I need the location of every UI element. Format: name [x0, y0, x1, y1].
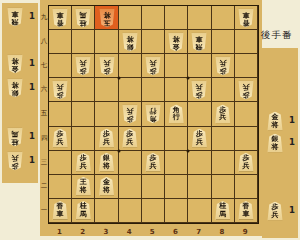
piece-kanji: 車 [196, 34, 203, 42]
piece-kanji: 香 [242, 18, 249, 26]
shogi-piece-歩兵-gote[interactable]: 歩兵 [238, 153, 254, 172]
board-square-2七[interactable]: 歩兵 [72, 54, 95, 78]
board-square-6七[interactable] [165, 54, 188, 78]
shogi-piece-銀将-gote[interactable]: 銀将 [99, 153, 115, 172]
rank-label-七: 七 [40, 61, 48, 70]
shogi-piece-歩兵-gote[interactable]: 歩兵 [191, 129, 207, 148]
hand-piece-count: 1 [289, 205, 295, 215]
hand-piece-count: 1 [29, 82, 35, 92]
piece-kanji: 金 [173, 42, 180, 50]
piece-kanji: 兵 [57, 138, 64, 146]
shogi-piece-金将-gote[interactable]: 金将 [267, 112, 283, 131]
piece-kanji: 飛 [196, 42, 203, 50]
board-square-9二[interactable] [235, 175, 258, 199]
board-square-5二[interactable] [142, 175, 165, 199]
hand-piece-飛車-sente[interactable]: 飛車1 [2, 6, 38, 28]
board-square-9八[interactable] [235, 30, 258, 54]
file-label-9: 9 [234, 228, 257, 236]
piece-kanji: 将 [126, 34, 133, 42]
board-square-1六[interactable]: 歩兵 [49, 78, 72, 102]
board-square-1四[interactable]: 歩兵 [49, 127, 72, 151]
hand-piece-金将-sente[interactable]: 金将1 [2, 53, 38, 75]
board-square-4三[interactable] [119, 151, 142, 175]
piece-kanji: 歩 [242, 90, 249, 98]
piece-kanji: 行 [149, 106, 156, 114]
board-square-9七[interactable] [235, 54, 258, 78]
shogi-piece-歩兵-sente[interactable]: 歩兵 [7, 152, 23, 171]
shogi-piece-桂馬-gote[interactable]: 桂馬 [75, 201, 91, 220]
board-square-3二[interactable]: 金将 [95, 175, 118, 199]
piece-kanji: 兵 [242, 82, 249, 90]
board-square-3六[interactable] [95, 78, 118, 102]
rank-label-八: 八 [40, 37, 48, 46]
hand-piece-count: 1 [29, 58, 35, 68]
gote-hand-tray: 金将1銀将1歩兵1 [262, 48, 298, 238]
board-square-1三[interactable] [49, 151, 72, 175]
board-square-6八[interactable]: 金将 [165, 30, 188, 54]
shogi-piece-歩兵-gote[interactable]: 歩兵 [145, 153, 161, 172]
board-square-7四[interactable]: 歩兵 [188, 127, 211, 151]
board-square-1二[interactable] [49, 175, 72, 199]
sente-hand-tray: 飛車1金将1銀将1桂馬1歩兵1 [2, 3, 38, 183]
piece-kanji: 将 [173, 34, 180, 42]
piece-kanji: 将 [272, 143, 279, 151]
board-square-1七[interactable] [49, 54, 72, 78]
board-square-6六[interactable] [165, 78, 188, 102]
piece-kanji: 馬 [12, 130, 19, 138]
board-square-9五[interactable] [235, 102, 258, 126]
board-square-9一[interactable]: 香車 [235, 199, 258, 223]
piece-kanji: 銀 [12, 88, 19, 96]
board-square-2一[interactable]: 桂馬 [72, 199, 95, 223]
piece-kanji: 兵 [103, 138, 110, 146]
piece-kanji: 将 [103, 186, 110, 194]
piece-kanji: 馬 [80, 10, 87, 18]
board-square-5六[interactable] [142, 78, 165, 102]
board-square-3五[interactable] [95, 102, 118, 126]
piece-kanji: 将 [80, 186, 87, 194]
board-square-7二[interactable] [188, 175, 211, 199]
piece-kanji: 歩 [126, 114, 133, 122]
file-label-1: 1 [48, 228, 71, 236]
hand-piece-count: 1 [29, 155, 35, 165]
shogi-piece-桂馬-sente[interactable]: 桂馬 [75, 8, 91, 27]
hand-piece-銀将-gote[interactable]: 銀将1 [262, 132, 298, 154]
board-square-2九[interactable]: 桂馬 [72, 6, 95, 30]
hand-piece-count: 1 [29, 11, 35, 21]
shogi-piece-歩兵-sente[interactable]: 歩兵 [215, 56, 231, 75]
piece-kanji: 兵 [103, 58, 110, 66]
piece-kanji: 将 [103, 10, 110, 18]
board-square-4五[interactable]: 歩兵 [119, 102, 142, 126]
piece-kanji: 車 [12, 10, 19, 18]
board-square-4二[interactable] [119, 175, 142, 199]
board-square-2五[interactable] [72, 102, 95, 126]
board-square-4七[interactable] [119, 54, 142, 78]
board-square-4四[interactable]: 歩兵 [119, 127, 142, 151]
piece-kanji: 兵 [219, 58, 226, 66]
shogi-piece-歩兵-sente[interactable]: 歩兵 [145, 56, 161, 75]
piece-kanji: 車 [57, 210, 64, 218]
shogi-piece-金将-sente[interactable]: 金将 [168, 32, 184, 51]
board-square-9四[interactable] [235, 127, 258, 151]
piece-kanji: 角 [149, 114, 156, 122]
file-label-6: 6 [164, 228, 187, 236]
piece-kanji: 馬 [80, 210, 87, 218]
board-square-5八[interactable] [142, 30, 165, 54]
board-square-7三[interactable] [188, 151, 211, 175]
shogi-piece-歩兵-sente[interactable]: 歩兵 [75, 56, 91, 75]
rank-label-三: 三 [40, 158, 48, 167]
shogi-piece-銀将-gote[interactable]: 銀将 [267, 134, 283, 153]
shogi-piece-歩兵-gote[interactable]: 歩兵 [75, 153, 91, 172]
rank-label-四: 四 [40, 134, 48, 143]
piece-kanji: 兵 [126, 106, 133, 114]
shogi-piece-銀将-sente[interactable]: 銀将 [7, 79, 23, 98]
hand-piece-桂馬-sente[interactable]: 桂馬1 [2, 126, 38, 148]
board-square-2四[interactable] [72, 127, 95, 151]
piece-kanji: 兵 [57, 82, 64, 90]
shogi-piece-香車-sente[interactable]: 香車 [238, 8, 254, 27]
piece-kanji: 兵 [196, 138, 203, 146]
rank-label-二: 二 [40, 182, 48, 191]
board-square-7一[interactable] [188, 199, 211, 223]
shogi-piece-飛車-sente[interactable]: 飛車 [7, 8, 23, 27]
piece-kanji: 兵 [242, 162, 249, 170]
piece-kanji: 桂 [80, 18, 87, 26]
board-square-5三[interactable]: 歩兵 [142, 151, 165, 175]
board-square-5四[interactable] [142, 127, 165, 151]
board-square-2八[interactable] [72, 30, 95, 54]
shogi-piece-香車-gote[interactable]: 香車 [52, 201, 68, 220]
piece-kanji: 車 [242, 210, 249, 218]
board-square-4一[interactable] [119, 199, 142, 223]
shogi-piece-歩兵-sente[interactable]: 歩兵 [52, 80, 68, 99]
hand-piece-歩兵-sente[interactable]: 歩兵1 [2, 150, 38, 172]
shogi-piece-歩兵-sente[interactable]: 歩兵 [191, 80, 207, 99]
piece-kanji: 兵 [149, 162, 156, 170]
rank-label-六: 六 [40, 85, 48, 94]
board-square-3四[interactable]: 歩兵 [95, 127, 118, 151]
shogi-board: 香車桂馬玉将香車銀将金将飛車歩兵歩兵歩兵歩兵歩兵歩兵歩兵歩兵角行角行歩兵歩兵歩兵… [48, 5, 259, 224]
board-square-9三[interactable]: 歩兵 [235, 151, 258, 175]
hand-piece-金将-gote[interactable]: 金将1 [262, 110, 298, 132]
hand-piece-count: 1 [289, 115, 295, 125]
piece-kanji: 兵 [196, 82, 203, 90]
file-label-4: 4 [118, 228, 141, 236]
board-square-5五[interactable]: 角行 [142, 102, 165, 126]
piece-kanji: 歩 [219, 66, 226, 74]
board-square-8三[interactable] [212, 151, 235, 175]
board-square-3三[interactable]: 銀将 [95, 151, 118, 175]
hand-piece-count: 1 [29, 131, 35, 141]
shogi-piece-桂馬-gote[interactable]: 桂馬 [215, 201, 231, 220]
shogi-piece-歩兵-gote[interactable]: 歩兵 [267, 202, 283, 221]
piece-kanji: 兵 [12, 154, 19, 162]
board-square-6九[interactable] [165, 6, 188, 30]
file-label-3: 3 [94, 228, 117, 236]
board-square-8七[interactable]: 歩兵 [212, 54, 235, 78]
board-square-4九[interactable] [119, 6, 142, 30]
board-square-3七[interactable]: 歩兵 [95, 54, 118, 78]
hand-piece-count: 1 [289, 137, 295, 147]
file-label-7: 7 [187, 228, 210, 236]
piece-kanji: 玉 [103, 18, 110, 26]
shogi-piece-金将-sente[interactable]: 金将 [7, 55, 23, 74]
piece-kanji: 将 [103, 162, 110, 170]
board-square-4六[interactable] [119, 78, 142, 102]
piece-kanji: 歩 [149, 66, 156, 74]
shogi-piece-香車-sente[interactable]: 香車 [52, 8, 68, 27]
piece-kanji: 兵 [272, 211, 279, 219]
board-square-2六[interactable] [72, 78, 95, 102]
board-square-6二[interactable] [165, 175, 188, 199]
board-square-8一[interactable]: 桂馬 [212, 199, 235, 223]
shogi-piece-角行-sente[interactable]: 角行 [145, 104, 161, 123]
piece-kanji: 歩 [80, 66, 87, 74]
board-square-7六[interactable]: 歩兵 [188, 78, 211, 102]
piece-kanji: 兵 [80, 162, 87, 170]
shogi-piece-金将-gote[interactable]: 金将 [99, 177, 115, 196]
board-square-8五[interactable]: 歩兵 [212, 102, 235, 126]
piece-kanji: 歩 [103, 66, 110, 74]
board-square-8二[interactable] [212, 175, 235, 199]
piece-kanji: 馬 [219, 210, 226, 218]
shogi-piece-歩兵-sente[interactable]: 歩兵 [238, 80, 254, 99]
piece-kanji: 歩 [57, 90, 64, 98]
board-square-9九[interactable]: 香車 [235, 6, 258, 30]
piece-kanji: 兵 [126, 138, 133, 146]
board-square-6五[interactable]: 角行 [165, 102, 188, 126]
rank-label-九: 九 [40, 13, 48, 22]
shogi-piece-王将-gote[interactable]: 王将 [75, 177, 91, 196]
piece-kanji: 兵 [219, 114, 226, 122]
shogi-piece-歩兵-gote[interactable]: 歩兵 [215, 104, 231, 123]
board-square-8八[interactable] [212, 30, 235, 54]
piece-kanji: 桂 [12, 137, 19, 145]
shogi-piece-銀将-sente[interactable]: 銀将 [122, 32, 138, 51]
board-square-2三[interactable]: 歩兵 [72, 151, 95, 175]
piece-kanji: 金 [12, 64, 19, 72]
piece-kanji: 将 [272, 121, 279, 129]
turn-indicator: 後手番 [261, 29, 300, 42]
board-square-6一[interactable] [165, 199, 188, 223]
shogi-piece-歩兵-gote[interactable]: 歩兵 [122, 129, 138, 148]
board-square-6三[interactable] [165, 151, 188, 175]
piece-kanji: 兵 [80, 58, 87, 66]
board-square-1五[interactable] [49, 102, 72, 126]
shogi-piece-香車-gote[interactable]: 香車 [238, 201, 254, 220]
board-square-7九[interactable] [188, 6, 211, 30]
board-panel: 香車桂馬玉将香車銀将金将飛車歩兵歩兵歩兵歩兵歩兵歩兵歩兵歩兵角行角行歩兵歩兵歩兵… [40, 0, 262, 236]
shogi-piece-玉将-sente[interactable]: 玉将 [99, 8, 115, 27]
piece-kanji: 歩 [12, 161, 19, 169]
piece-kanji: 銀 [126, 42, 133, 50]
board-square-7五[interactable] [188, 102, 211, 126]
piece-kanji: 行 [173, 114, 180, 122]
file-label-5: 5 [141, 228, 164, 236]
board-square-5七[interactable]: 歩兵 [142, 54, 165, 78]
board-square-9六[interactable]: 歩兵 [235, 78, 258, 102]
board-square-3八[interactable] [95, 30, 118, 54]
piece-kanji: 車 [57, 10, 64, 18]
rank-label-五: 五 [40, 109, 48, 118]
board-square-4八[interactable]: 銀将 [119, 30, 142, 54]
board-square-1一[interactable]: 香車 [49, 199, 72, 223]
shogi-piece-歩兵-sente[interactable]: 歩兵 [122, 104, 138, 123]
rank-label-一: 一 [40, 206, 48, 215]
board-square-3九[interactable]: 玉将 [95, 6, 118, 30]
piece-kanji: 歩 [196, 90, 203, 98]
file-label-2: 2 [71, 228, 94, 236]
hand-piece-銀将-sente[interactable]: 銀将1 [2, 77, 38, 99]
shogi-piece-歩兵-gote[interactable]: 歩兵 [52, 129, 68, 148]
board-square-7八[interactable]: 飛車 [188, 30, 211, 54]
board-square-8六[interactable] [212, 78, 235, 102]
piece-kanji: 将 [12, 57, 19, 65]
board-square-6四[interactable] [165, 127, 188, 151]
piece-kanji: 飛 [12, 17, 19, 25]
piece-kanji: 兵 [149, 58, 156, 66]
board-square-1九[interactable]: 香車 [49, 6, 72, 30]
board-square-1八[interactable] [49, 30, 72, 54]
file-label-8: 8 [210, 228, 233, 236]
shogi-piece-歩兵-sente[interactable]: 歩兵 [99, 56, 115, 75]
board-square-3一[interactable] [95, 199, 118, 223]
shogi-piece-桂馬-sente[interactable]: 桂馬 [7, 128, 23, 147]
shogi-piece-角行-gote[interactable]: 角行 [168, 104, 184, 123]
piece-kanji: 香 [57, 18, 64, 26]
hand-piece-歩兵-gote[interactable]: 歩兵1 [262, 200, 298, 222]
shogi-piece-飛車-sente[interactable]: 飛車 [191, 32, 207, 51]
shogi-piece-歩兵-gote[interactable]: 歩兵 [99, 129, 115, 148]
board-square-7七[interactable] [188, 54, 211, 78]
piece-kanji: 車 [242, 10, 249, 18]
board-square-5一[interactable] [142, 199, 165, 223]
piece-kanji: 将 [12, 81, 19, 89]
board-square-8四[interactable] [212, 127, 235, 151]
board-square-2二[interactable]: 王将 [72, 175, 95, 199]
board-square-8九[interactable] [212, 6, 235, 30]
board-square-5九[interactable] [142, 6, 165, 30]
